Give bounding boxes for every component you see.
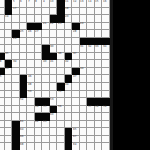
clue-number: 57 <box>88 105 92 108</box>
cell-r8c14[interactable] <box>95 53 103 61</box>
cell-r2c6[interactable] <box>35 8 43 16</box>
clue-number: 9 <box>43 0 45 2</box>
clue-number: 67 <box>73 135 77 138</box>
cell-r10c15[interactable] <box>102 68 110 76</box>
cell-r13c2[interactable] <box>5 91 13 99</box>
cell-r18c2[interactable] <box>5 128 13 136</box>
cell-r11c3[interactable] <box>12 75 20 83</box>
cell-r14c11[interactable] <box>72 98 80 106</box>
cell-r5c15[interactable] <box>102 30 110 38</box>
cell-r9c8[interactable]: 41 <box>50 60 58 68</box>
cell-r4c14[interactable] <box>95 23 103 31</box>
clue-number: 18 <box>65 7 69 10</box>
cell-r11c15[interactable] <box>102 75 110 83</box>
cell-r9c6[interactable] <box>35 60 43 68</box>
cell-r5c14[interactable] <box>95 30 103 38</box>
black-cell-r19c3 <box>12 136 20 144</box>
clue-number: 64 <box>20 128 24 131</box>
cell-r17c7[interactable]: 63 <box>42 121 50 129</box>
cell-r9c3[interactable]: 39 <box>12 60 20 68</box>
cell-r4c10[interactable] <box>65 23 73 31</box>
clue-number: 41 <box>50 60 54 63</box>
cell-r16c11[interactable] <box>72 113 80 121</box>
cell-r15c4[interactable] <box>20 106 28 114</box>
cell-r16c15[interactable] <box>102 113 110 121</box>
cell-r10c3[interactable] <box>12 68 20 76</box>
cell-r18c8[interactable] <box>50 128 58 136</box>
clue-number: 52 <box>20 98 24 101</box>
cell-r8c6[interactable] <box>35 53 43 61</box>
cell-r20c8[interactable] <box>50 143 58 150</box>
cell-r20c4[interactable]: 68 <box>20 143 28 150</box>
cell-r19c5[interactable] <box>27 136 35 144</box>
cell-r8c12[interactable] <box>80 53 88 61</box>
cell-r9c4[interactable] <box>20 60 28 68</box>
clue-number: 49 <box>65 83 69 86</box>
cell-r15c6[interactable]: 54 <box>35 106 43 114</box>
cell-r8c11[interactable]: 37 <box>72 53 80 61</box>
cell-r2c14[interactable] <box>95 8 103 16</box>
clue-number: 51 <box>58 90 62 93</box>
cell-r20c2[interactable] <box>5 143 13 150</box>
cell-r5c4[interactable]: 25 <box>20 30 28 38</box>
cell-r15c5[interactable] <box>27 106 35 114</box>
clue-number: 31 <box>80 45 84 48</box>
cell-r8c4[interactable] <box>20 53 28 61</box>
cell-r1c7[interactable]: 9 <box>42 0 50 8</box>
cell-r19c14[interactable] <box>95 136 103 144</box>
cell-r4c2[interactable] <box>5 23 13 31</box>
clue-number: 35 <box>5 52 9 55</box>
clue-number: 25 <box>20 30 24 33</box>
cell-r13c10[interactable] <box>65 91 73 99</box>
clue-number: 62 <box>35 120 39 123</box>
clue-number: 63 <box>43 120 47 123</box>
cell-r13c9[interactable]: 51 <box>57 91 65 99</box>
clue-number: 39 <box>13 60 17 63</box>
cell-r5c9[interactable] <box>57 30 65 38</box>
cell-r14c3[interactable] <box>12 98 20 106</box>
clue-number: 14 <box>88 0 92 2</box>
cell-r20c6[interactable] <box>35 143 43 150</box>
cell-r4c12[interactable]: 24 <box>80 23 88 31</box>
cell-r6c3[interactable]: 29 <box>12 38 20 46</box>
cell-r1c8[interactable]: 10 <box>50 0 58 8</box>
cell-r12c15[interactable] <box>102 83 110 91</box>
cell-r11c7[interactable] <box>42 75 50 83</box>
cell-r19c15[interactable] <box>102 136 110 144</box>
cell-r11c6[interactable] <box>35 75 43 83</box>
cell-r15c3[interactable] <box>12 106 20 114</box>
cell-r12c3[interactable] <box>12 83 20 91</box>
cell-r7c6[interactable] <box>35 45 43 53</box>
cell-r2c7[interactable] <box>42 8 50 16</box>
clue-number: 43 <box>5 67 9 70</box>
cell-r17c9[interactable] <box>57 121 65 129</box>
cell-r15c10[interactable] <box>65 106 73 114</box>
cell-r7c13[interactable]: 32 <box>87 45 95 53</box>
clue-number: 21 <box>43 22 47 25</box>
cell-r3c11[interactable] <box>72 15 80 23</box>
cell-r4c15[interactable] <box>102 23 110 31</box>
cell-r15c15[interactable]: 59 <box>102 106 110 114</box>
cell-r5c7[interactable] <box>42 30 50 38</box>
cell-r3c4[interactable] <box>20 15 28 23</box>
cell-r18c13[interactable] <box>87 128 95 136</box>
clue-number: 60 <box>50 113 54 116</box>
cell-r2c12[interactable] <box>80 8 88 16</box>
cell-r14c4[interactable]: 52 <box>20 98 28 106</box>
clue-number: 11 <box>65 0 69 2</box>
cell-r2c13[interactable] <box>87 8 95 16</box>
cell-r2c5[interactable] <box>27 8 35 16</box>
cell-r12c6[interactable] <box>35 83 43 91</box>
cell-r16c10[interactable] <box>65 113 73 121</box>
cell-r3c14[interactable] <box>95 15 103 23</box>
clue-number: 5 <box>13 0 15 2</box>
cell-r7c3[interactable] <box>12 45 20 53</box>
cell-r20c12[interactable] <box>80 143 88 150</box>
cell-r14c8[interactable]: 53 <box>50 98 58 106</box>
cell-r15c14[interactable]: 58 <box>95 106 103 114</box>
clue-number: 45 <box>0 75 1 78</box>
cell-r2c4[interactable] <box>20 8 28 16</box>
cell-r1c15[interactable]: 16 <box>102 0 110 8</box>
cell-r7c10[interactable] <box>65 45 73 53</box>
clue-number: 6 <box>20 0 22 2</box>
cell-r19c2[interactable] <box>5 136 13 144</box>
cell-r5c11[interactable]: 28 <box>72 30 80 38</box>
cell-r16c8[interactable]: 60 <box>50 113 58 121</box>
black-cell-r2c9 <box>57 8 65 16</box>
cell-r6c5[interactable] <box>27 38 35 46</box>
cell-r10c13[interactable] <box>87 68 95 76</box>
cell-r15c11[interactable] <box>72 106 80 114</box>
cell-r17c5[interactable] <box>27 121 35 129</box>
clue-number: 27 <box>35 30 39 33</box>
cell-r18c15[interactable] <box>102 128 110 136</box>
cell-r16c9[interactable] <box>57 113 65 121</box>
cell-r10c2[interactable]: 43 <box>5 68 13 76</box>
cell-r2c15[interactable] <box>102 8 110 16</box>
cell-r9c11[interactable] <box>72 60 80 68</box>
cell-r16c13[interactable] <box>87 113 95 121</box>
cell-r3c3[interactable] <box>12 15 20 23</box>
cell-r10c4[interactable] <box>20 68 28 76</box>
cell-r10c8[interactable] <box>50 68 58 76</box>
cell-r9c14[interactable] <box>95 60 103 68</box>
cell-r17c6[interactable]: 62 <box>35 121 43 129</box>
cell-r6c4[interactable] <box>20 38 28 46</box>
cell-r11c14[interactable] <box>95 75 103 83</box>
cell-r19c13[interactable] <box>87 136 95 144</box>
cell-r6c6[interactable] <box>35 38 43 46</box>
clue-number: 44 <box>80 67 84 70</box>
cell-r1c12[interactable]: 13 <box>80 0 88 8</box>
cell-r8c15[interactable] <box>102 53 110 61</box>
cell-r9c7[interactable]: 40 <box>42 60 50 68</box>
cell-r10c6[interactable] <box>35 68 43 76</box>
black-cell-r19c10 <box>65 136 73 144</box>
cell-r16c2[interactable] <box>5 113 13 121</box>
screenshot-background: 5678910111213141516171819202122232425262… <box>0 0 150 150</box>
black-cell-r1c2 <box>5 0 13 8</box>
cell-r12c11[interactable] <box>72 83 80 91</box>
cell-r11c8[interactable] <box>50 75 58 83</box>
clue-number: 28 <box>73 30 77 33</box>
black-cell-r12c4 <box>20 83 28 91</box>
cell-r5c10[interactable] <box>65 30 73 38</box>
clue-number: 34 <box>103 45 107 48</box>
black-cell-r20c10 <box>65 143 73 150</box>
cell-r12c10[interactable]: 49 <box>65 83 73 91</box>
cell-r20c14[interactable] <box>95 143 103 150</box>
cell-r9c13[interactable] <box>87 60 95 68</box>
cell-r10c9[interactable] <box>57 68 65 76</box>
cell-r13c5[interactable]: 50 <box>27 91 35 99</box>
cell-r11c12[interactable] <box>80 75 88 83</box>
black-cell-r11c4 <box>20 75 28 83</box>
crossword-grid: 5678910111213141516171819202122232425262… <box>0 0 110 150</box>
cell-r7c8[interactable]: 30 <box>50 45 58 53</box>
cell-r1c4[interactable]: 6 <box>20 0 28 8</box>
cell-r12c12[interactable] <box>80 83 88 91</box>
clue-number: 24 <box>80 22 84 25</box>
cell-r3c6[interactable] <box>35 15 43 23</box>
cell-r20c7[interactable] <box>42 143 50 150</box>
cell-r10c12[interactable]: 44 <box>80 68 88 76</box>
cell-r8c9[interactable]: 36 <box>57 53 65 61</box>
clue-number: 20 <box>65 15 69 18</box>
cell-r18c9[interactable] <box>57 128 65 136</box>
cell-r15c2[interactable] <box>5 106 13 114</box>
cell-r19c9[interactable] <box>57 136 65 144</box>
cell-r20c13[interactable] <box>87 143 95 150</box>
clue-number: 53 <box>50 98 54 101</box>
cell-r3c2[interactable]: 19 <box>5 15 13 23</box>
clue-number: 22 <box>50 22 54 25</box>
cell-r12c13[interactable] <box>87 83 95 91</box>
cell-r3c5[interactable] <box>27 15 35 23</box>
cell-r10c7[interactable] <box>42 68 50 76</box>
cell-r17c13[interactable] <box>87 121 95 129</box>
black-cell-r20c3 <box>12 143 20 150</box>
clue-number: 56 <box>58 105 62 108</box>
cell-r6c10[interactable] <box>65 38 73 46</box>
black-cell-r17c3 <box>12 121 20 129</box>
clue-number: 19 <box>5 15 9 18</box>
black-cell-r1c9 <box>57 0 65 8</box>
clue-number: 12 <box>73 0 77 2</box>
cell-r15c7[interactable]: 55 <box>42 106 50 114</box>
clue-number: 26 <box>28 30 32 33</box>
cell-r1c14[interactable]: 15 <box>95 0 103 8</box>
clue-number: 47 <box>73 75 77 78</box>
cell-r13c15[interactable] <box>102 91 110 99</box>
cell-r16c3[interactable] <box>12 113 20 121</box>
cell-r17c12[interactable] <box>80 121 88 129</box>
cell-r2c11[interactable] <box>72 8 80 16</box>
cell-r7c4[interactable] <box>20 45 28 53</box>
cell-r16c14[interactable] <box>95 113 103 121</box>
cell-r16c12[interactable] <box>80 113 88 121</box>
cell-r9c15[interactable] <box>102 60 110 68</box>
clue-number: 32 <box>88 45 92 48</box>
cell-r7c15[interactable]: 34 <box>102 45 110 53</box>
cell-r13c12[interactable] <box>80 91 88 99</box>
clue-number: 69 <box>73 143 77 146</box>
cell-r14c12[interactable] <box>80 98 88 106</box>
cell-r8c5[interactable] <box>27 53 35 61</box>
cell-r6c7[interactable] <box>42 38 50 46</box>
cell-r8c13[interactable] <box>87 53 95 61</box>
clue-number: 17 <box>13 7 17 10</box>
cell-r9c10[interactable]: 42 <box>65 60 73 68</box>
clue-number: 55 <box>43 105 47 108</box>
cell-r4c3[interactable] <box>12 23 20 31</box>
cell-r9c9[interactable] <box>57 60 65 68</box>
cell-r4c13[interactable] <box>87 23 95 31</box>
cell-r11c9[interactable] <box>57 75 65 83</box>
cell-r4c9[interactable]: 23 <box>57 23 65 31</box>
clue-number: 38 <box>0 60 1 63</box>
cell-r13c13[interactable] <box>87 91 95 99</box>
clue-number: 50 <box>28 90 32 93</box>
cell-r15c13[interactable]: 57 <box>87 106 95 114</box>
cell-r14c10[interactable] <box>65 98 73 106</box>
cell-r5c2[interactable] <box>5 30 13 38</box>
cell-r1c11[interactable]: 12 <box>72 0 80 8</box>
cell-r1c6[interactable]: 8 <box>35 0 43 8</box>
clue-number: 30 <box>50 45 54 48</box>
clue-number: 29 <box>13 37 17 40</box>
black-cell-r18c3 <box>12 128 20 136</box>
cell-r18c5[interactable] <box>27 128 35 136</box>
cell-r1c13[interactable]: 14 <box>87 0 95 8</box>
clue-number: 61 <box>20 120 24 123</box>
clue-number: 58 <box>95 105 99 108</box>
cell-r18c12[interactable] <box>80 128 88 136</box>
cell-r15c12[interactable] <box>80 106 88 114</box>
cell-r6c2[interactable] <box>5 38 13 46</box>
clue-number: 46 <box>28 75 32 78</box>
cell-r17c14[interactable] <box>95 121 103 129</box>
clue-number: 23 <box>58 22 62 25</box>
cell-r13c11[interactable] <box>72 91 80 99</box>
cell-r15c9[interactable]: 56 <box>57 106 65 114</box>
cell-r20c15[interactable] <box>102 143 110 150</box>
cell-r7c12[interactable]: 31 <box>80 45 88 53</box>
clue-number: 42 <box>65 60 69 63</box>
black-cell-r18c10 <box>65 128 73 136</box>
cell-r9c5[interactable] <box>27 60 35 68</box>
cell-r17c10[interactable] <box>65 121 73 129</box>
cell-r20c11[interactable]: 69 <box>72 143 80 150</box>
clue-number: 8 <box>35 0 37 2</box>
clue-number: 68 <box>20 143 24 146</box>
cell-r11c11[interactable]: 47 <box>72 75 80 83</box>
cell-r12c2[interactable] <box>5 83 13 91</box>
cell-r11c13[interactable] <box>87 75 95 83</box>
cell-r4c7[interactable]: 21 <box>42 23 50 31</box>
cell-r20c5[interactable] <box>27 143 35 150</box>
cell-r12c7[interactable] <box>42 83 50 91</box>
cell-r4c8[interactable]: 22 <box>50 23 58 31</box>
clue-number: 66 <box>20 135 24 138</box>
cell-r19c8[interactable] <box>50 136 58 144</box>
clue-number: 10 <box>50 0 54 2</box>
cell-r5c8[interactable] <box>50 30 58 38</box>
cell-r19c6[interactable] <box>35 136 43 144</box>
cell-r18c7[interactable] <box>42 128 50 136</box>
clue-number: 54 <box>35 105 39 108</box>
cell-r16c5[interactable] <box>27 113 35 121</box>
clue-number: 40 <box>43 60 47 63</box>
cell-r1c5[interactable]: 7 <box>27 0 35 8</box>
cell-r11c2[interactable] <box>5 75 13 83</box>
cell-r19c7[interactable] <box>42 136 50 144</box>
clue-number: 37 <box>73 52 77 55</box>
cell-r14c2[interactable] <box>5 98 13 106</box>
crossword-board: 5678910111213141516171819202122232425262… <box>0 0 113 150</box>
cell-r3c10[interactable]: 20 <box>65 15 73 23</box>
cell-r10c14[interactable] <box>95 68 103 76</box>
cell-r10c10[interactable] <box>65 68 73 76</box>
cell-r8c2[interactable]: 35 <box>5 53 13 61</box>
cell-r5c5[interactable]: 26 <box>27 30 35 38</box>
clue-number: 48 <box>28 83 32 86</box>
cell-r3c15[interactable] <box>102 15 110 23</box>
cell-r2c8[interactable] <box>50 8 58 16</box>
cell-r2c3[interactable]: 17 <box>12 8 20 16</box>
clue-number: 59 <box>103 105 107 108</box>
cell-r7c5[interactable] <box>27 45 35 53</box>
clue-number: 36 <box>58 52 62 55</box>
cell-r17c8[interactable] <box>50 121 58 129</box>
clue-number: 15 <box>95 0 99 2</box>
cell-r18c14[interactable] <box>95 128 103 136</box>
clue-number: 7 <box>28 0 30 2</box>
black-cell-r7c7 <box>42 45 50 53</box>
cell-r13c14[interactable] <box>95 91 103 99</box>
cell-r18c6[interactable] <box>35 128 43 136</box>
cell-r7c14[interactable]: 33 <box>95 45 103 53</box>
cell-r6c11[interactable] <box>72 38 80 46</box>
cell-r13c6[interactable] <box>35 91 43 99</box>
clue-number: 13 <box>80 0 84 2</box>
clue-number: 33 <box>95 45 99 48</box>
cell-r14c5[interactable] <box>27 98 35 106</box>
cell-r12c8[interactable] <box>50 83 58 91</box>
cell-r19c12[interactable] <box>80 136 88 144</box>
cell-r3c13[interactable] <box>87 15 95 23</box>
cell-r13c3[interactable] <box>12 91 20 99</box>
cell-r17c15[interactable] <box>102 121 110 129</box>
clue-number: 16 <box>103 0 107 2</box>
cell-r17c2[interactable] <box>5 121 13 129</box>
cell-r5c13[interactable] <box>87 30 95 38</box>
cell-r20c9[interactable] <box>57 143 65 150</box>
cell-r6c9[interactable] <box>57 38 65 46</box>
cell-r5c12[interactable] <box>80 30 88 38</box>
clue-number: 65 <box>73 128 77 131</box>
cell-r5c6[interactable]: 27 <box>35 30 43 38</box>
cell-r12c14[interactable] <box>95 83 103 91</box>
cell-r13c7[interactable] <box>42 91 50 99</box>
